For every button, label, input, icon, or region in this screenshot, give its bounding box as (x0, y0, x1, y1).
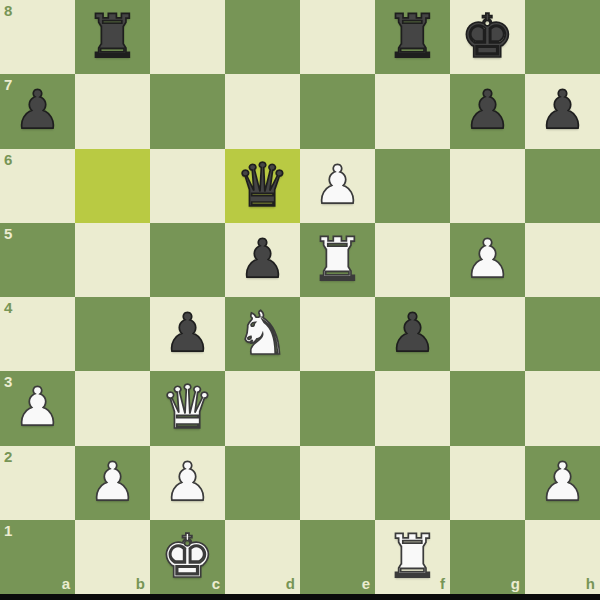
rank-label-1: 1 (4, 523, 12, 538)
square-a7[interactable]: 7♟ (0, 74, 75, 148)
square-e2[interactable] (300, 446, 375, 520)
rank-label-3: 3 (4, 374, 12, 389)
square-d2[interactable] (225, 446, 300, 520)
piece-black-pawn-g7[interactable]: ♟ (464, 74, 512, 147)
square-a2[interactable]: 2 (0, 446, 75, 520)
square-g7[interactable]: ♟ (450, 74, 525, 148)
square-f6[interactable] (375, 149, 450, 223)
square-e7[interactable] (300, 74, 375, 148)
square-e5[interactable]: ♜ (300, 223, 375, 297)
piece-black-pawn-d5[interactable]: ♟ (239, 223, 287, 296)
square-c4[interactable]: ♟ (150, 297, 225, 371)
piece-white-pawn-a3[interactable]: ♟ (14, 371, 62, 444)
piece-black-rook-b8[interactable]: ♜ (86, 0, 140, 73)
piece-black-pawn-f4[interactable]: ♟ (389, 297, 437, 370)
square-f2[interactable] (375, 446, 450, 520)
rank-label-4: 4 (4, 300, 12, 315)
piece-white-pawn-h2[interactable]: ♟ (539, 446, 587, 519)
square-d5[interactable]: ♟ (225, 223, 300, 297)
square-b7[interactable] (75, 74, 150, 148)
square-h6[interactable] (525, 149, 600, 223)
square-c7[interactable] (150, 74, 225, 148)
piece-black-king-g8[interactable]: ♚ (461, 0, 515, 73)
square-d6[interactable]: ♛ (225, 149, 300, 223)
square-c8[interactable] (150, 0, 225, 74)
square-h4[interactable] (525, 297, 600, 371)
square-e8[interactable] (300, 0, 375, 74)
square-b5[interactable] (75, 223, 150, 297)
square-a8[interactable]: 8 (0, 0, 75, 74)
square-e1[interactable]: e (300, 520, 375, 594)
piece-black-queen-d6[interactable]: ♛ (236, 149, 290, 222)
square-a1[interactable]: 1a (0, 520, 75, 594)
square-b6[interactable] (75, 149, 150, 223)
square-b4[interactable] (75, 297, 150, 371)
rank-label-8: 8 (4, 3, 12, 18)
piece-black-pawn-c4[interactable]: ♟ (164, 297, 212, 370)
square-b1[interactable]: b (75, 520, 150, 594)
piece-black-pawn-a7[interactable]: ♟ (14, 74, 62, 147)
file-label-b: b (136, 576, 145, 591)
square-d8[interactable] (225, 0, 300, 74)
square-g8[interactable]: ♚ (450, 0, 525, 74)
piece-white-rook-e5[interactable]: ♜ (311, 223, 365, 296)
chess-board: 8♜♜♚7♟♟♟6♛♟5♟♜♟4♟♞♟3♟♛2♟♟♟1abc♚def♜gh (0, 0, 600, 594)
square-a6[interactable]: 6 (0, 149, 75, 223)
rank-label-5: 5 (4, 226, 12, 241)
square-c3[interactable]: ♛ (150, 371, 225, 445)
square-a5[interactable]: 5 (0, 223, 75, 297)
square-e3[interactable] (300, 371, 375, 445)
square-d4[interactable]: ♞ (225, 297, 300, 371)
square-b8[interactable]: ♜ (75, 0, 150, 74)
file-label-f: f (440, 576, 445, 591)
square-b2[interactable]: ♟ (75, 446, 150, 520)
bottom-bar (0, 594, 600, 600)
square-a3[interactable]: 3♟ (0, 371, 75, 445)
file-label-e: e (362, 576, 370, 591)
square-f8[interactable]: ♜ (375, 0, 450, 74)
square-g2[interactable] (450, 446, 525, 520)
piece-white-king-c1[interactable]: ♚ (161, 520, 215, 593)
piece-white-knight-d4[interactable]: ♞ (236, 297, 290, 370)
square-g6[interactable] (450, 149, 525, 223)
square-h5[interactable] (525, 223, 600, 297)
piece-black-pawn-h7[interactable]: ♟ (539, 74, 587, 147)
square-a4[interactable]: 4 (0, 297, 75, 371)
piece-white-pawn-g5[interactable]: ♟ (464, 223, 512, 296)
square-e6[interactable]: ♟ (300, 149, 375, 223)
square-h1[interactable]: h (525, 520, 600, 594)
square-b3[interactable] (75, 371, 150, 445)
square-g1[interactable]: g (450, 520, 525, 594)
file-label-d: d (286, 576, 295, 591)
rank-label-7: 7 (4, 77, 12, 92)
square-f4[interactable]: ♟ (375, 297, 450, 371)
piece-white-pawn-b2[interactable]: ♟ (89, 446, 137, 519)
file-label-h: h (586, 576, 595, 591)
square-f3[interactable] (375, 371, 450, 445)
file-label-g: g (511, 576, 520, 591)
square-g3[interactable] (450, 371, 525, 445)
square-h8[interactable] (525, 0, 600, 74)
square-g4[interactable] (450, 297, 525, 371)
square-f7[interactable] (375, 74, 450, 148)
piece-white-pawn-c2[interactable]: ♟ (164, 446, 212, 519)
square-c2[interactable]: ♟ (150, 446, 225, 520)
square-c1[interactable]: c♚ (150, 520, 225, 594)
piece-white-rook-f1[interactable]: ♜ (386, 520, 440, 593)
square-d7[interactable] (225, 74, 300, 148)
square-g5[interactable]: ♟ (450, 223, 525, 297)
square-f1[interactable]: f♜ (375, 520, 450, 594)
square-d1[interactable]: d (225, 520, 300, 594)
square-f5[interactable] (375, 223, 450, 297)
square-d3[interactable] (225, 371, 300, 445)
rank-label-2: 2 (4, 449, 12, 464)
square-h7[interactable]: ♟ (525, 74, 600, 148)
piece-white-pawn-e6[interactable]: ♟ (314, 149, 362, 222)
file-label-a: a (62, 576, 70, 591)
square-c5[interactable] (150, 223, 225, 297)
square-e4[interactable] (300, 297, 375, 371)
piece-black-rook-f8[interactable]: ♜ (386, 0, 440, 73)
piece-white-queen-c3[interactable]: ♛ (161, 371, 215, 444)
rank-label-6: 6 (4, 152, 12, 167)
square-h3[interactable] (525, 371, 600, 445)
square-h2[interactable]: ♟ (525, 446, 600, 520)
square-c6[interactable] (150, 149, 225, 223)
